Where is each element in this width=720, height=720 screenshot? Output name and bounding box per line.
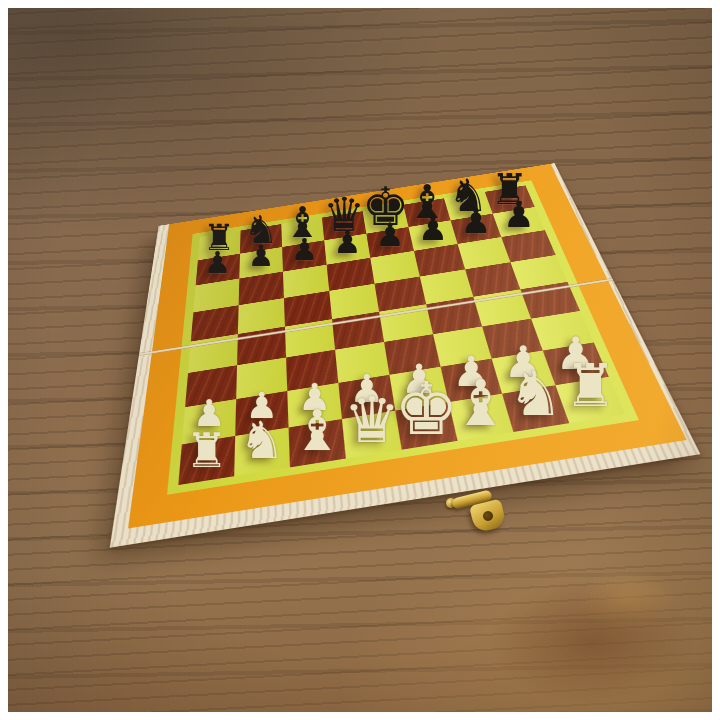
board-square[interactable] (178, 436, 235, 485)
board-square[interactable] (555, 377, 625, 423)
chess-board (110, 163, 701, 548)
board-square[interactable] (395, 402, 457, 450)
clasp-flap-icon (469, 499, 507, 534)
clasp-hole-icon (482, 510, 494, 522)
clasp[interactable] (446, 486, 526, 536)
board-square[interactable] (289, 419, 346, 467)
table-background: ♜♞♝♛♚♝♞♜♟♟♟♟♟♟♟♟♟♟♟♟♟♟♟♟♜♞♝♛♚♝♞♜ (8, 8, 712, 712)
board-square[interactable] (342, 411, 402, 459)
board-square[interactable] (234, 427, 290, 476)
